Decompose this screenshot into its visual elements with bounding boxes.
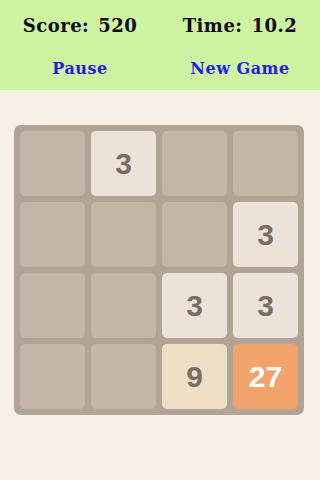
- board-cell-empty: [20, 273, 85, 338]
- time-value: 10.2: [252, 15, 298, 36]
- board-cell-empty: [162, 202, 227, 267]
- board-cell-empty: [91, 202, 156, 267]
- tile-3: 3: [233, 273, 298, 338]
- tile-3: 3: [233, 202, 298, 267]
- new-game-button[interactable]: New Game: [186, 57, 293, 80]
- board-cell-empty: [162, 131, 227, 196]
- board-cell-empty: [91, 344, 156, 409]
- status-row: Score:520 Time:10.2: [0, 15, 320, 36]
- board-cell-empty: [233, 131, 298, 196]
- tile-3: 3: [91, 131, 156, 196]
- board[interactable]: 3333927: [14, 125, 304, 415]
- board-cell-empty: [20, 344, 85, 409]
- header: Score:520 Time:10.2 Pause New Game: [0, 0, 320, 90]
- time-label: Time:: [183, 15, 243, 36]
- app-screen: Score:520 Time:10.2 Pause New Game 33339…: [0, 0, 320, 480]
- tile-9: 9: [162, 344, 227, 409]
- time-display: Time:10.2: [160, 15, 320, 36]
- score-label: Score:: [23, 15, 90, 36]
- score-value: 520: [98, 15, 137, 36]
- board-cell-empty: [91, 273, 156, 338]
- board-cell-empty: [20, 202, 85, 267]
- board-cell-empty: [20, 131, 85, 196]
- pause-button[interactable]: Pause: [48, 57, 111, 80]
- buttons-row: Pause New Game: [0, 57, 320, 80]
- tile-27: 27: [233, 344, 298, 409]
- tile-3: 3: [162, 273, 227, 338]
- score-display: Score:520: [0, 15, 160, 36]
